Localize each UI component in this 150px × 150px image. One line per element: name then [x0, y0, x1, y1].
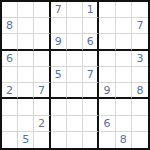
sudoku-cell-r2c5[interactable]	[67, 18, 83, 34]
sudoku-cell-r5c6[interactable]: 7	[83, 67, 99, 83]
sudoku-cell-r5c7[interactable]	[99, 67, 115, 83]
sudoku-cell-r3c4[interactable]: 9	[51, 34, 67, 50]
sudoku-cell-r4c8[interactable]	[116, 51, 132, 67]
sudoku-cell-r4c9[interactable]: 3	[132, 51, 148, 67]
sudoku-cell-r3c3[interactable]	[34, 34, 50, 50]
sudoku-cell-r2c4[interactable]	[51, 18, 67, 34]
sudoku-cell-r7c9[interactable]	[132, 99, 148, 115]
sudoku-cell-r3c8[interactable]	[116, 34, 132, 50]
sudoku-cell-r5c5[interactable]	[67, 67, 83, 83]
sudoku-cell-r8c4[interactable]	[51, 116, 67, 132]
sudoku-cell-r1c6[interactable]: 1	[83, 2, 99, 18]
sudoku-cell-r8c9[interactable]	[132, 116, 148, 132]
sudoku-cell-r5c8[interactable]	[116, 67, 132, 83]
sudoku-cell-r4c1[interactable]: 6	[2, 51, 18, 67]
sudoku-cell-r4c3[interactable]	[34, 51, 50, 67]
sudoku-cell-r9c7[interactable]	[99, 132, 115, 148]
sudoku-cell-r5c2[interactable]	[18, 67, 34, 83]
sudoku-cell-r6c1[interactable]: 2	[2, 83, 18, 99]
sudoku-cell-r2c1[interactable]: 8	[2, 18, 18, 34]
sudoku-cell-r9c3[interactable]	[34, 132, 50, 148]
sudoku-cell-r2c7[interactable]	[99, 18, 115, 34]
sudoku-cell-r2c3[interactable]	[34, 18, 50, 34]
sudoku-cell-r1c2[interactable]	[18, 2, 34, 18]
sudoku-cell-r9c4[interactable]	[51, 132, 67, 148]
sudoku-cell-r1c3[interactable]	[34, 2, 50, 18]
sudoku-cell-r5c1[interactable]	[2, 67, 18, 83]
sudoku-cell-r7c7[interactable]	[99, 99, 115, 115]
sudoku-cell-r2c9[interactable]: 7	[132, 18, 148, 34]
sudoku-cell-r1c1[interactable]	[2, 2, 18, 18]
sudoku-cell-r3c6[interactable]: 6	[83, 34, 99, 50]
sudoku-board: 718796635727982658	[0, 0, 150, 150]
sudoku-cell-r3c7[interactable]	[99, 34, 115, 50]
sudoku-cell-r5c3[interactable]	[34, 67, 50, 83]
sudoku-cell-r6c4[interactable]	[51, 83, 67, 99]
sudoku-cell-r8c8[interactable]	[116, 116, 132, 132]
sudoku-cell-r3c2[interactable]	[18, 34, 34, 50]
sudoku-cell-r1c9[interactable]	[132, 2, 148, 18]
sudoku-cell-r8c2[interactable]	[18, 116, 34, 132]
sudoku-cell-r2c6[interactable]	[83, 18, 99, 34]
sudoku-cell-r4c6[interactable]	[83, 51, 99, 67]
sudoku-cell-r2c2[interactable]	[18, 18, 34, 34]
sudoku-cell-r1c7[interactable]	[99, 2, 115, 18]
sudoku-cell-r3c1[interactable]	[2, 34, 18, 50]
sudoku-cell-r6c5[interactable]	[67, 83, 83, 99]
sudoku-cell-r9c5[interactable]	[67, 132, 83, 148]
sudoku-cell-r8c7[interactable]: 6	[99, 116, 115, 132]
sudoku-cell-r6c3[interactable]: 7	[34, 83, 50, 99]
sudoku-cell-r6c9[interactable]: 8	[132, 83, 148, 99]
sudoku-cell-r3c5[interactable]	[67, 34, 83, 50]
sudoku-cell-r1c8[interactable]	[116, 2, 132, 18]
sudoku-cell-r8c1[interactable]	[2, 116, 18, 132]
sudoku-cell-r6c8[interactable]	[116, 83, 132, 99]
sudoku-cell-r7c6[interactable]	[83, 99, 99, 115]
sudoku-cell-r7c3[interactable]	[34, 99, 50, 115]
sudoku-cell-r1c5[interactable]	[67, 2, 83, 18]
sudoku-cell-r4c5[interactable]	[67, 51, 83, 67]
sudoku-cell-r4c2[interactable]	[18, 51, 34, 67]
sudoku-cell-r1c4[interactable]: 7	[51, 2, 67, 18]
sudoku-cell-r7c5[interactable]	[67, 99, 83, 115]
sudoku-cell-r3c9[interactable]	[132, 34, 148, 50]
sudoku-cell-r9c9[interactable]	[132, 132, 148, 148]
sudoku-cell-r5c9[interactable]	[132, 67, 148, 83]
sudoku-cell-r7c8[interactable]	[116, 99, 132, 115]
sudoku-cell-r8c3[interactable]: 2	[34, 116, 50, 132]
sudoku-cell-r6c7[interactable]: 9	[99, 83, 115, 99]
sudoku-cell-r4c7[interactable]	[99, 51, 115, 67]
sudoku-cell-r9c6[interactable]	[83, 132, 99, 148]
sudoku-cell-r8c6[interactable]	[83, 116, 99, 132]
sudoku-cell-r9c2[interactable]: 5	[18, 132, 34, 148]
sudoku-cell-r2c8[interactable]	[116, 18, 132, 34]
sudoku-cell-r9c8[interactable]: 8	[116, 132, 132, 148]
sudoku-cell-r5c4[interactable]: 5	[51, 67, 67, 83]
sudoku-cell-r7c2[interactable]	[18, 99, 34, 115]
sudoku-cell-r8c5[interactable]	[67, 116, 83, 132]
sudoku-cell-r6c6[interactable]	[83, 83, 99, 99]
sudoku-cell-r9c1[interactable]	[2, 132, 18, 148]
sudoku-cell-r6c2[interactable]	[18, 83, 34, 99]
sudoku-cell-r7c4[interactable]	[51, 99, 67, 115]
sudoku-cell-r4c4[interactable]	[51, 51, 67, 67]
sudoku-cell-r7c1[interactable]	[2, 99, 18, 115]
